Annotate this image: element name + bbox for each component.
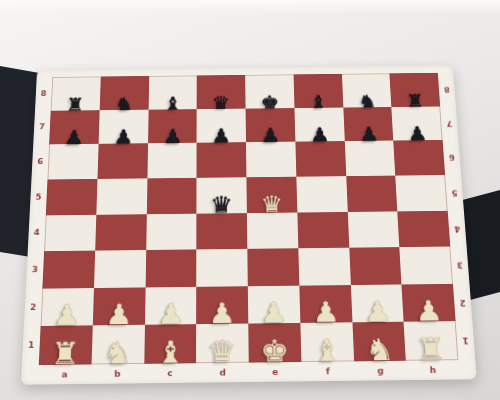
square-e7[interactable]: ♟ (246, 108, 296, 143)
square-d7[interactable]: ♟ (197, 108, 246, 143)
square-f7[interactable]: ♟ (294, 107, 344, 142)
square-a3[interactable] (42, 251, 95, 289)
square-a1[interactable]: ♜ (39, 326, 93, 365)
square-b5[interactable] (96, 178, 147, 214)
black-pawn-h7[interactable]: ♟ (393, 122, 442, 144)
white-pawn-g2[interactable]: ♟ (352, 295, 404, 326)
rank-label-right-3: 3 (450, 246, 469, 283)
white-pawn-e2[interactable]: ♟ (248, 297, 300, 328)
white-queen-e5[interactable]: ♛ (247, 190, 298, 216)
desk-surface (0, 0, 500, 14)
square-d2[interactable]: ♟ (196, 286, 248, 324)
rank-label-right-8: 8 (438, 73, 456, 106)
rank-label-right-2: 2 (453, 283, 472, 321)
square-a2[interactable]: ♟ (41, 288, 94, 327)
square-f2[interactable]: ♟ (299, 285, 352, 323)
square-e4[interactable] (247, 212, 298, 249)
square-d5[interactable]: ♛ (197, 177, 247, 213)
square-h5[interactable] (395, 175, 447, 211)
square-g6[interactable] (344, 141, 395, 176)
square-g7[interactable]: ♟ (343, 107, 394, 142)
square-a4[interactable] (44, 214, 96, 251)
rank-label-left-3: 3 (26, 251, 44, 288)
black-knight-b8[interactable]: ♞ (99, 92, 148, 113)
square-g1[interactable]: ♞ (352, 322, 406, 361)
black-pawn-f7[interactable]: ♟ (295, 123, 344, 145)
square-c5[interactable] (146, 178, 196, 214)
white-king-e1[interactable]: ♚ (248, 334, 301, 367)
square-f3[interactable] (298, 248, 350, 286)
white-rook-h1[interactable]: ♜ (406, 332, 459, 365)
rank-label-left-8: 8 (35, 77, 52, 111)
white-knight-b1[interactable]: ♞ (91, 335, 144, 368)
square-c2[interactable]: ♟ (144, 287, 196, 326)
black-queen-d5[interactable]: ♛ (196, 191, 247, 217)
square-h8[interactable]: ♜ (390, 73, 441, 107)
square-a6[interactable] (47, 144, 98, 179)
white-pawn-h2[interactable]: ♟ (404, 295, 456, 326)
square-f6[interactable] (295, 141, 346, 176)
square-h2[interactable]: ♟ (402, 284, 456, 322)
square-b6[interactable] (97, 143, 147, 178)
black-queen-d8[interactable]: ♛ (197, 91, 246, 112)
square-a5[interactable] (46, 179, 97, 215)
rank-label-left-7: 7 (33, 110, 50, 144)
white-bishop-c1[interactable]: ♝ (143, 335, 196, 368)
square-c8[interactable]: ♝ (148, 75, 197, 109)
black-pawn-e7[interactable]: ♟ (246, 123, 295, 145)
white-pawn-b2[interactable]: ♟ (92, 298, 144, 329)
square-c4[interactable] (146, 213, 197, 250)
rank-label-right-5: 5 (445, 175, 464, 211)
square-h7[interactable]: ♟ (392, 106, 443, 141)
square-a8[interactable]: ♜ (51, 77, 101, 111)
white-pawn-f2[interactable]: ♟ (300, 296, 352, 327)
black-pawn-d7[interactable]: ♟ (197, 124, 247, 146)
chessboard: 8♜♞♝♛♚♝♞♜87♟♟♟♟♟♟♟♟7665♛♛544332♟♟♟♟♟♟♟♟2… (21, 65, 477, 384)
white-pawn-d2[interactable]: ♟ (196, 297, 248, 328)
white-queen-d1[interactable]: ♛ (196, 334, 249, 367)
square-d4[interactable] (197, 213, 248, 250)
border-corner-bottom-left (21, 365, 39, 385)
black-bishop-c8[interactable]: ♝ (148, 92, 197, 113)
square-b8[interactable]: ♞ (99, 76, 148, 110)
square-h3[interactable] (400, 247, 453, 285)
black-pawn-b7[interactable]: ♟ (98, 125, 148, 147)
rank-label-left-4: 4 (28, 215, 46, 252)
square-h6[interactable] (393, 140, 445, 175)
square-d6[interactable] (197, 142, 247, 177)
square-a7[interactable]: ♟ (49, 110, 99, 145)
black-knight-g8[interactable]: ♞ (343, 90, 392, 111)
rank-label-right-1: 1 (456, 321, 476, 360)
square-e6[interactable] (246, 142, 296, 177)
rank-label-left-5: 5 (30, 179, 48, 215)
rank-label-left-1: 1 (22, 326, 41, 365)
square-f5[interactable] (296, 176, 347, 212)
square-d1[interactable]: ♛ (196, 324, 248, 363)
rank-label-left-6: 6 (31, 145, 49, 180)
square-c6[interactable] (147, 143, 197, 178)
border-corner-bottom-right (458, 360, 476, 380)
white-bishop-f1[interactable]: ♝ (301, 333, 354, 366)
square-d8[interactable]: ♛ (197, 75, 246, 109)
square-g4[interactable] (347, 211, 399, 248)
square-g3[interactable] (349, 247, 402, 285)
square-c1[interactable]: ♝ (144, 325, 197, 364)
square-g8[interactable]: ♞ (341, 73, 391, 107)
rank-label-left-2: 2 (24, 288, 43, 326)
rank-label-right-6: 6 (443, 140, 461, 175)
white-knight-g1[interactable]: ♞ (353, 332, 406, 365)
white-pawn-c2[interactable]: ♟ (144, 298, 196, 329)
square-h1[interactable]: ♜ (404, 321, 459, 360)
square-g2[interactable]: ♟ (350, 284, 403, 322)
square-b7[interactable]: ♟ (98, 109, 148, 144)
square-h4[interactable] (397, 210, 450, 247)
black-rook-a8[interactable]: ♜ (50, 93, 99, 114)
square-e3[interactable] (247, 248, 299, 286)
square-d3[interactable] (196, 249, 247, 287)
square-b2[interactable]: ♟ (93, 287, 146, 326)
square-b4[interactable] (95, 214, 146, 251)
square-c3[interactable] (145, 250, 196, 288)
photo-scene: 8♜♞♝♛♚♝♞♜87♟♟♟♟♟♟♟♟7665♛♛544332♟♟♟♟♟♟♟♟2… (0, 0, 500, 400)
black-pawn-g7[interactable]: ♟ (344, 122, 393, 144)
rank-label-right-4: 4 (448, 210, 467, 246)
square-e2[interactable]: ♟ (248, 285, 300, 323)
square-g5[interactable] (346, 175, 398, 211)
board-border: 8♜♞♝♛♚♝♞♜87♟♟♟♟♟♟♟♟7665♛♛544332♟♟♟♟♟♟♟♟2… (21, 65, 477, 384)
square-e8[interactable]: ♚ (245, 74, 294, 108)
black-pawn-a7[interactable]: ♟ (49, 125, 99, 147)
square-e1[interactable]: ♚ (248, 323, 301, 362)
square-b3[interactable] (94, 250, 146, 288)
black-bishop-f8[interactable]: ♝ (294, 90, 343, 111)
square-c7[interactable]: ♟ (148, 109, 197, 144)
white-pawn-a2[interactable]: ♟ (40, 299, 92, 330)
black-king-e8[interactable]: ♚ (245, 91, 294, 112)
black-rook-h8[interactable]: ♜ (391, 89, 440, 110)
square-e5[interactable]: ♛ (246, 177, 297, 213)
white-rook-a1[interactable]: ♜ (38, 336, 91, 369)
square-b1[interactable]: ♞ (91, 325, 144, 364)
rank-label-right-7: 7 (440, 106, 458, 140)
square-f4[interactable] (297, 212, 349, 249)
square-f1[interactable]: ♝ (300, 323, 353, 362)
black-pawn-c7[interactable]: ♟ (147, 124, 197, 146)
square-f8[interactable]: ♝ (293, 74, 343, 108)
